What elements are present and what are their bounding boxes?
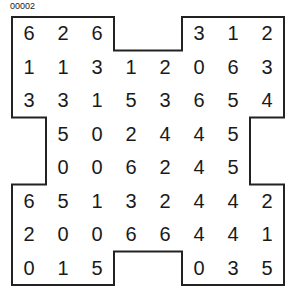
grid-cell-r7c6[interactable]: 4 xyxy=(182,218,216,252)
grid-cell-r3c3[interactable]: 1 xyxy=(80,84,114,118)
puzzle-id-label: 00002 xyxy=(10,1,35,12)
grid-cell-r7c5[interactable]: 6 xyxy=(148,218,182,252)
grid-cell-r1c3[interactable]: 6 xyxy=(80,17,114,51)
grid-cell-r5c6[interactable]: 4 xyxy=(182,151,216,185)
grid-cell-r5c2[interactable]: 0 xyxy=(46,151,80,185)
grid-cell-r8c8[interactable]: 5 xyxy=(250,252,284,286)
grid-cell-r5c3[interactable]: 0 xyxy=(80,151,114,185)
grid-cell-r7c7[interactable]: 4 xyxy=(216,218,250,252)
grid-cell-r6c6[interactable]: 4 xyxy=(182,185,216,219)
grid-cell-r3c4[interactable]: 5 xyxy=(114,84,148,118)
grid-cell-r8c7[interactable]: 3 xyxy=(216,252,250,286)
grid-cell-r5c7[interactable]: 5 xyxy=(216,151,250,185)
grid-cell-r6c4[interactable]: 3 xyxy=(114,185,148,219)
grid-cell-r4c6[interactable]: 4 xyxy=(182,118,216,152)
grid-cell-r2c3[interactable]: 3 xyxy=(80,51,114,85)
grid-cell-r1c8[interactable]: 2 xyxy=(250,17,284,51)
grid-cell-r6c2[interactable]: 5 xyxy=(46,185,80,219)
grid-cell-r1c2[interactable]: 2 xyxy=(46,17,80,51)
grid-cell-r6c8[interactable]: 2 xyxy=(250,185,284,219)
grid-cell-r4c7[interactable]: 5 xyxy=(216,118,250,152)
grid-cell-r7c1[interactable]: 2 xyxy=(12,218,46,252)
grid-cell-r1c1[interactable]: 6 xyxy=(12,17,46,51)
grid-cell-r1c6[interactable]: 3 xyxy=(182,17,216,51)
grid-cell-r5c5[interactable]: 2 xyxy=(148,151,182,185)
grid-cell-r7c8[interactable]: 1 xyxy=(250,218,284,252)
grid-cell-r8c2[interactable]: 1 xyxy=(46,252,80,286)
grid-cell-r2c2[interactable]: 1 xyxy=(46,51,80,85)
grid-cell-r4c4[interactable]: 2 xyxy=(114,118,148,152)
grid-cell-r7c2[interactable]: 0 xyxy=(46,218,80,252)
grid-cell-r6c7[interactable]: 4 xyxy=(216,185,250,219)
grid-cell-r2c5[interactable]: 2 xyxy=(148,51,182,85)
grid-cell-r2c8[interactable]: 3 xyxy=(250,51,284,85)
grid-cell-r7c4[interactable]: 6 xyxy=(114,218,148,252)
grid-cell-r2c4[interactable]: 1 xyxy=(114,51,148,85)
grid-cell-r3c6[interactable]: 6 xyxy=(182,84,216,118)
grid-cell-r8c1[interactable]: 0 xyxy=(12,252,46,286)
dominosa-board: 6263121131206333153654502445006245651324… xyxy=(12,17,284,285)
grid-cell-r6c3[interactable]: 1 xyxy=(80,185,114,219)
grid-cell-r3c5[interactable]: 3 xyxy=(148,84,182,118)
puzzle-canvas: 00002 6263121131206333153654502445006245… xyxy=(0,0,296,303)
grid-cell-r2c1[interactable]: 1 xyxy=(12,51,46,85)
grid-cell-r7c3[interactable]: 0 xyxy=(80,218,114,252)
grid-cell-r2c6[interactable]: 0 xyxy=(182,51,216,85)
grid-cell-r8c3[interactable]: 5 xyxy=(80,252,114,286)
grid-cell-r8c6[interactable]: 0 xyxy=(182,252,216,286)
grid-cell-r3c2[interactable]: 3 xyxy=(46,84,80,118)
grid-cell-r3c1[interactable]: 3 xyxy=(12,84,46,118)
grid-cell-r4c3[interactable]: 0 xyxy=(80,118,114,152)
grid-cell-r4c2[interactable]: 5 xyxy=(46,118,80,152)
grid-cell-r5c4[interactable]: 6 xyxy=(114,151,148,185)
grid-cell-r3c7[interactable]: 5 xyxy=(216,84,250,118)
grid-cell-r4c5[interactable]: 4 xyxy=(148,118,182,152)
grid-cell-r6c5[interactable]: 2 xyxy=(148,185,182,219)
grid-cell-r1c7[interactable]: 1 xyxy=(216,17,250,51)
grid-cell-r3c8[interactable]: 4 xyxy=(250,84,284,118)
grid-cell-r2c7[interactable]: 6 xyxy=(216,51,250,85)
grid-cell-r6c1[interactable]: 6 xyxy=(12,185,46,219)
